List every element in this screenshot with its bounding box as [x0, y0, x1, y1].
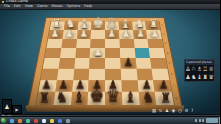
tray-icon[interactable]	[195, 119, 197, 122]
captured-piece-icon: ♞	[191, 74, 196, 80]
square-d4[interactable]	[105, 48, 120, 58]
taskbar-app-1[interactable]	[10, 119, 14, 123]
taskbar-app-2[interactable]	[18, 119, 22, 123]
square-a4[interactable]	[149, 48, 165, 58]
side-piece-tray[interactable]: ♟	[2, 99, 12, 114]
piece-white-king-e1[interactable]: ♚	[92, 16, 104, 30]
captured-pieces-title: Captured pieces	[186, 61, 212, 64]
square-c2[interactable]: ♟	[119, 30, 134, 39]
square-a2[interactable]: ♟	[146, 30, 161, 39]
start-button[interactable]	[1, 118, 6, 123]
piece-black-king-e8[interactable]: ♚	[89, 87, 104, 105]
square-b3[interactable]	[133, 39, 148, 48]
tray-icon[interactable]	[202, 119, 204, 122]
square-f4[interactable]	[75, 48, 91, 58]
taskbar-app-icons	[10, 119, 70, 123]
clock-icon[interactable]: ◷	[178, 109, 182, 114]
square-g5[interactable]	[58, 58, 75, 69]
square-d2[interactable]: ♟	[105, 30, 119, 39]
rank-label-4: 4	[164, 48, 170, 58]
rank-label-2: 2	[161, 30, 167, 39]
menu-moves[interactable]: Moves	[49, 5, 64, 9]
piece-white-pawn-e4[interactable]: ♟	[93, 47, 102, 58]
square-h8[interactable]: ♜	[36, 92, 55, 105]
play-icon: ▶	[15, 108, 18, 112]
menu-game[interactable]: Game	[35, 5, 49, 9]
rank-label-7: 7	[170, 80, 177, 92]
square-g8[interactable]: ♞	[53, 92, 71, 105]
taskbar-app-7[interactable]	[58, 119, 62, 123]
square-f5[interactable]	[74, 58, 90, 69]
captured-black-row: ♟♞♝♜♛	[185, 73, 214, 81]
rank-label-6: 6	[168, 69, 175, 80]
piece-black-bishop-f8[interactable]: ♝	[73, 90, 85, 105]
tray-icon[interactable]	[199, 119, 201, 122]
square-d5[interactable]	[105, 58, 121, 69]
help-icon[interactable]: ?	[191, 109, 193, 114]
piece-white-pawn-a2[interactable]: ♟	[150, 29, 158, 39]
play-button[interactable]: ▶	[12, 105, 22, 114]
captured-piece-icon: ♛	[208, 74, 213, 80]
rank-label-3: 3	[163, 39, 169, 48]
piece-white-pawn-c2[interactable]: ♟	[122, 29, 130, 39]
square-a8[interactable]: ♜	[155, 92, 174, 105]
camera-icon[interactable]: ◉	[172, 109, 176, 114]
square-a5[interactable]	[150, 58, 167, 69]
taskbar-app-5[interactable]	[42, 119, 46, 123]
captured-piece-icon: ♙	[185, 66, 190, 72]
menu-edit[interactable]: Edit	[12, 5, 23, 9]
piece-white-pawn-b2[interactable]: ♟	[136, 29, 144, 39]
square-h4[interactable]	[45, 48, 61, 58]
captured-piece-icon: ♝	[197, 74, 202, 80]
piece-black-queen-d8[interactable]: ♛	[107, 88, 121, 105]
square-e8[interactable]: ♚	[88, 92, 105, 105]
chess-app-window: Chess Game FileEditViewGameMovesOptionsH…	[0, 0, 220, 124]
piece-black-rook-a8[interactable]: ♜	[160, 92, 171, 105]
piece-white-pawn-g2[interactable]: ♟	[65, 29, 73, 39]
square-f3[interactable]	[76, 39, 91, 48]
pawn-icon: ♟	[4, 104, 9, 110]
square-d8[interactable]: ♛	[105, 92, 122, 105]
captured-piece-icon: ♖	[203, 66, 208, 72]
piece-black-knight-b8[interactable]: ♞	[142, 91, 154, 105]
piece-black-rook-h8[interactable]: ♜	[39, 92, 50, 105]
square-b2[interactable]: ♟	[133, 30, 148, 39]
square-c3[interactable]	[119, 39, 134, 48]
square-b5[interactable]	[135, 58, 152, 69]
square-e2[interactable]	[91, 30, 105, 39]
square-c8[interactable]: ♝	[122, 92, 140, 105]
captured-pieces-panel: Captured pieces ♙♘♗♖♕ ♟♞♝♜♛	[184, 59, 215, 82]
system-tray	[195, 119, 204, 122]
taskbar-app-3[interactable]	[26, 119, 30, 123]
menu-view[interactable]: View	[23, 5, 35, 9]
rank-label-8: 8	[172, 92, 180, 105]
square-h2[interactable]: ♟	[48, 30, 63, 39]
taskbar-app-6[interactable]	[50, 119, 54, 123]
captured-white-row: ♙♘♗♖♕	[185, 65, 214, 73]
piece-white-pawn-h2[interactable]: ♟	[51, 29, 59, 39]
board-squares: ♜♞♝♚♛♝♞♜♟♟♟♟♟♟♟♟♟♟♟♟♟♟♟♟♜♞♝♚♛♝♞♜	[36, 21, 174, 105]
taskbar-clock[interactable]	[206, 118, 218, 123]
flip-board-icon[interactable]: ↻	[159, 109, 163, 114]
square-h3[interactable]	[47, 39, 63, 48]
rank-label-5: 5	[166, 58, 173, 69]
square-c5[interactable]: ♟	[120, 58, 136, 69]
piece-black-knight-g8[interactable]: ♞	[56, 91, 68, 105]
square-h5[interactable]	[43, 58, 60, 69]
captured-piece-icon: ♟	[185, 74, 190, 80]
taskbar-app-8[interactable]	[66, 119, 70, 123]
square-b4[interactable]	[134, 48, 150, 58]
windows-taskbar	[0, 116, 220, 124]
captured-piece-icon: ♘	[191, 66, 196, 72]
square-a3[interactable]	[148, 39, 164, 48]
chess-board: ♜♞♝♚♛♝♞♜♟♟♟♟♟♟♟♟♟♟♟♟♟♟♟♟♜♞♝♚♛♝♞♜ 1234567…	[27, 18, 184, 112]
pieces-icon[interactable]: ♟	[165, 109, 169, 114]
square-f2[interactable]: ♟	[77, 30, 92, 39]
captured-piece-icon: ♕	[208, 66, 213, 72]
menu-options[interactable]: Options	[65, 5, 83, 9]
app-icon	[2, 1, 4, 3]
square-e5[interactable]	[89, 58, 105, 69]
rank-label-1: 1	[159, 21, 165, 29]
square-g4[interactable]	[60, 48, 76, 58]
menu-help[interactable]: Help	[82, 5, 94, 9]
square-b8[interactable]: ♞	[138, 92, 156, 105]
piece-white-pawn-f2[interactable]: ♟	[80, 29, 88, 39]
menu-file[interactable]: File	[2, 5, 12, 9]
square-g3[interactable]	[61, 39, 76, 48]
taskbar-app-4[interactable]	[34, 119, 38, 123]
square-g2[interactable]: ♟	[62, 30, 77, 39]
square-e1[interactable]: ♚	[91, 21, 105, 29]
captured-piece-icon: ♗	[197, 66, 202, 72]
board-icon[interactable]: ▦	[152, 109, 156, 114]
square-e4[interactable]: ♟	[90, 48, 105, 58]
piece-black-bishop-c8[interactable]: ♝	[125, 90, 137, 105]
square-c6[interactable]	[121, 69, 138, 80]
captured-piece-icon: ♜	[203, 74, 208, 80]
square-f8[interactable]: ♝	[71, 92, 89, 105]
show-desktop-button[interactable]	[219, 117, 221, 124]
settings-icon[interactable]: ⚙	[184, 109, 188, 114]
piece-white-pawn-d2[interactable]: ♟	[108, 29, 116, 39]
piece-black-pawn-c5[interactable]: ♟	[124, 58, 133, 69]
square-d3[interactable]	[105, 39, 120, 48]
